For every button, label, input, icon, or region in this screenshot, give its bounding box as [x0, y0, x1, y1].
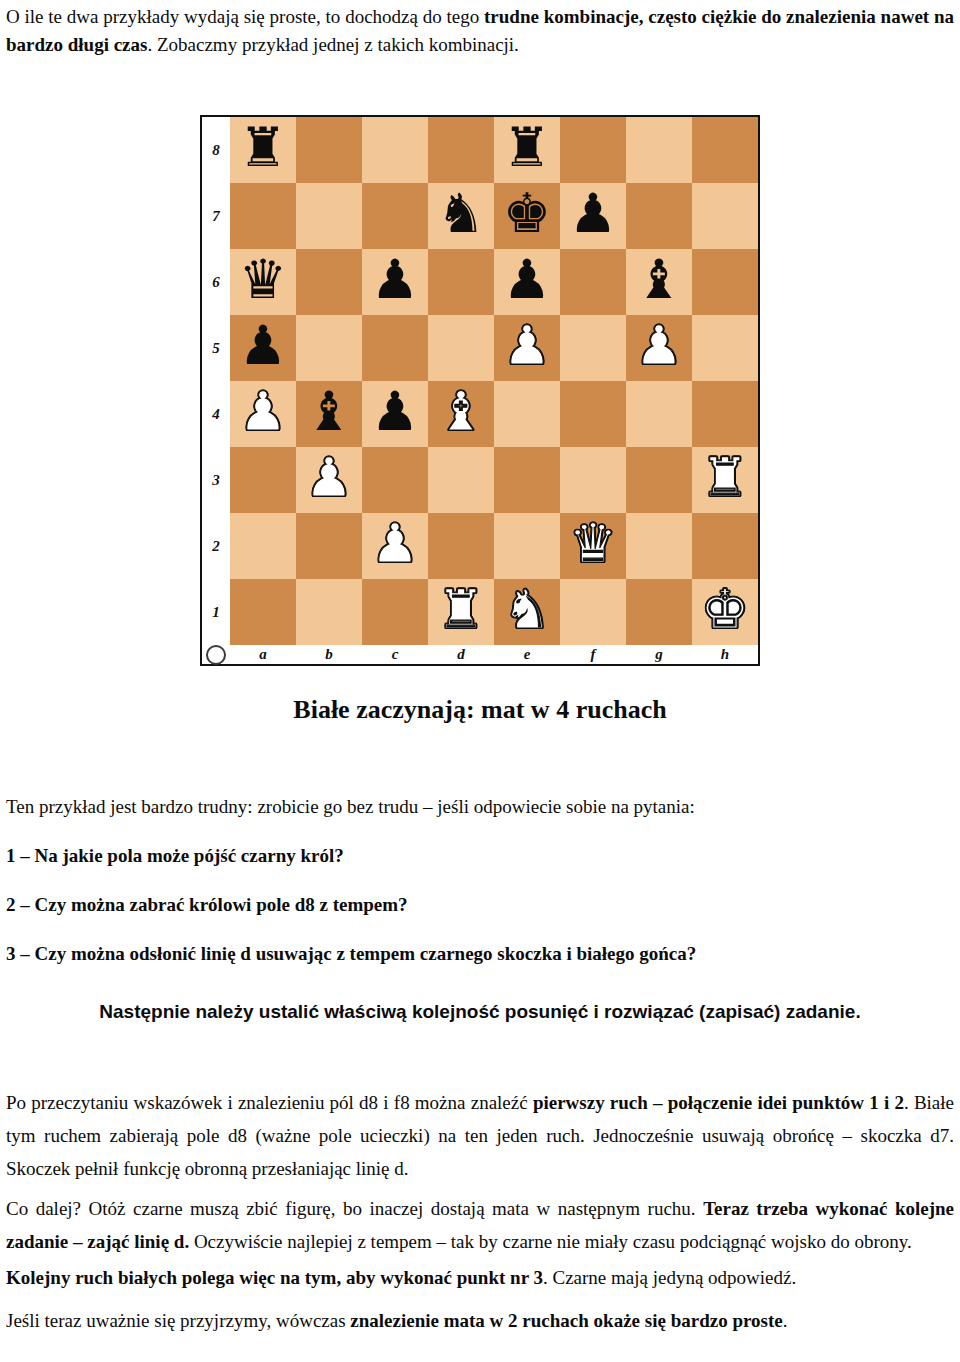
- square-c5: [362, 315, 428, 381]
- square-b7: [296, 183, 362, 249]
- file-label-h: h: [692, 645, 758, 664]
- black-pawn-icon: ♟: [239, 319, 287, 373]
- square-b6: [296, 249, 362, 315]
- square-c2: ♟: [362, 513, 428, 579]
- point3-text-bold: Kolejny ruch białych polega więc na tym,…: [6, 1267, 543, 1288]
- rank-label-7: 7: [202, 183, 230, 249]
- instruction-line: Następnie należy ustalić właściwą kolejn…: [0, 999, 960, 1025]
- square-h8: [692, 117, 758, 183]
- square-c3: [362, 447, 428, 513]
- file-label-c: c: [362, 645, 428, 664]
- hint-paragraph: Po przeczytaniu wskazówek i znalezieniu …: [0, 1086, 960, 1185]
- square-d4: ♝: [428, 381, 494, 447]
- black-pawn-icon: ♟: [371, 385, 419, 439]
- square-h3: ♜: [692, 447, 758, 513]
- square-e6: ♟: [494, 249, 560, 315]
- square-g6: ♝: [626, 249, 692, 315]
- white-pawn-icon: ♟: [239, 385, 287, 439]
- white-bishop-icon: ♝: [437, 385, 485, 439]
- white-pawn-icon: ♟: [305, 451, 353, 505]
- square-g1: [626, 579, 692, 645]
- square-a5: ♟: [230, 315, 296, 381]
- white-king-icon: ♚: [701, 583, 749, 637]
- square-b3: ♟: [296, 447, 362, 513]
- square-h5: [692, 315, 758, 381]
- black-pawn-icon: ♟: [503, 253, 551, 307]
- white-pawn-icon: ♟: [635, 319, 683, 373]
- black-bishop-icon: ♝: [635, 253, 683, 307]
- document-page: O ile te dwa przykłady wydają się proste…: [0, 0, 960, 1362]
- white-pawn-icon: ♟: [371, 517, 419, 571]
- square-e5: ♟: [494, 315, 560, 381]
- square-h7: [692, 183, 758, 249]
- diagram-caption: Białe zaczynają: mat w 4 ruchach: [0, 693, 960, 726]
- square-g8: [626, 117, 692, 183]
- white-to-move-indicator: [202, 645, 230, 664]
- intro-text-pre: O ile te dwa przykłady wydają się proste…: [6, 6, 484, 27]
- black-pawn-icon: ♟: [371, 253, 419, 307]
- intro-text-post: . Zobaczmy przykład jednej z takich komb…: [147, 34, 518, 55]
- square-d8: [428, 117, 494, 183]
- square-f4: [560, 381, 626, 447]
- question-1: 1 – Na jakie pola może pójść czarny król…: [0, 842, 960, 870]
- final-text-bold: znalezienie mata w 2 ruchach okaże się b…: [350, 1310, 782, 1331]
- final-text-pre: Jeśli teraz uważnie się przyjrzymy, wówc…: [6, 1310, 350, 1331]
- square-g7: [626, 183, 692, 249]
- lead-paragraph: Ten przykład jest bardzo trudny: zrobici…: [0, 793, 960, 821]
- file-label-e: e: [494, 645, 560, 664]
- question-2: 2 – Czy można zabrać królowi pole d8 z t…: [0, 891, 960, 919]
- square-e1: ♞: [494, 579, 560, 645]
- final-text-post: .: [783, 1310, 788, 1331]
- square-f1: [560, 579, 626, 645]
- black-bishop-icon: ♝: [305, 385, 353, 439]
- white-rook-icon: ♜: [437, 583, 485, 637]
- file-label-a: a: [230, 645, 296, 664]
- square-a4: ♟: [230, 381, 296, 447]
- square-a6: ♛: [230, 249, 296, 315]
- black-queen-icon: ♛: [239, 253, 287, 307]
- square-g5: ♟: [626, 315, 692, 381]
- white-rook-icon: ♜: [701, 451, 749, 505]
- file-label-d: d: [428, 645, 494, 664]
- point3-text-post: . Czarne mają jedyną odpowiedź.: [543, 1267, 796, 1288]
- square-f5: [560, 315, 626, 381]
- square-e4: [494, 381, 560, 447]
- square-b2: [296, 513, 362, 579]
- rank-label-6: 6: [202, 249, 230, 315]
- square-h6: [692, 249, 758, 315]
- square-b5: [296, 315, 362, 381]
- square-e8: ♜: [494, 117, 560, 183]
- rank-label-2: 2: [202, 513, 230, 579]
- next-text-post: Oczywiście najlepiej z tempem – tak by c…: [189, 1231, 912, 1252]
- square-d5: [428, 315, 494, 381]
- square-a3: [230, 447, 296, 513]
- square-d1: ♜: [428, 579, 494, 645]
- black-rook-icon: ♜: [503, 121, 551, 175]
- square-d7: ♞: [428, 183, 494, 249]
- square-a2: [230, 513, 296, 579]
- hint-text-bold: pierwszy ruch – połączenie idei punktów …: [533, 1092, 904, 1113]
- question-3: 3 – Czy można odsłonić linię d usuwając …: [0, 940, 960, 968]
- square-f8: [560, 117, 626, 183]
- square-d6: [428, 249, 494, 315]
- black-pawn-icon: ♟: [569, 187, 617, 241]
- hint-text-pre: Po przeczytaniu wskazówek i znalezieniu …: [6, 1092, 533, 1113]
- square-h1: ♚: [692, 579, 758, 645]
- square-c7: [362, 183, 428, 249]
- next-text-pre: Co dalej? Otóż czarne muszą zbić figurę,…: [6, 1198, 703, 1219]
- square-b4: ♝: [296, 381, 362, 447]
- square-a7: [230, 183, 296, 249]
- square-b1: [296, 579, 362, 645]
- rank-label-1: 1: [202, 579, 230, 645]
- rank-label-4: 4: [202, 381, 230, 447]
- square-h2: [692, 513, 758, 579]
- square-g2: [626, 513, 692, 579]
- square-d2: [428, 513, 494, 579]
- file-label-g: g: [626, 645, 692, 664]
- square-f7: ♟: [560, 183, 626, 249]
- square-b8: [296, 117, 362, 183]
- black-knight-icon: ♞: [437, 187, 485, 241]
- point3-paragraph: Kolejny ruch białych polega więc na tym,…: [0, 1264, 960, 1292]
- square-f3: [560, 447, 626, 513]
- square-f2: ♛: [560, 513, 626, 579]
- square-h4: [692, 381, 758, 447]
- square-e2: [494, 513, 560, 579]
- intro-paragraph: O ile te dwa przykłady wydają się proste…: [0, 0, 960, 59]
- square-c6: ♟: [362, 249, 428, 315]
- black-rook-icon: ♜: [239, 121, 287, 175]
- square-g4: [626, 381, 692, 447]
- rank-label-5: 5: [202, 315, 230, 381]
- square-c4: ♟: [362, 381, 428, 447]
- square-c1: [362, 579, 428, 645]
- square-g3: [626, 447, 692, 513]
- chess-board: 8♜♜7♞♚♟6♛♟♟♝5♟♟♟4♟♝♟♝3♟♜2♟♛1♜♞♚abcdefgh: [200, 115, 760, 666]
- square-d3: [428, 447, 494, 513]
- file-label-b: b: [296, 645, 362, 664]
- next-paragraph: Co dalej? Otóż czarne muszą zbić figurę,…: [0, 1192, 960, 1258]
- square-f6: [560, 249, 626, 315]
- rank-label-3: 3: [202, 447, 230, 513]
- final-paragraph: Jeśli teraz uważnie się przyjrzymy, wówc…: [0, 1307, 960, 1335]
- square-c8: [362, 117, 428, 183]
- black-king-icon: ♚: [503, 187, 551, 241]
- square-e7: ♚: [494, 183, 560, 249]
- rank-label-8: 8: [202, 117, 230, 183]
- square-a8: ♜: [230, 117, 296, 183]
- white-pawn-icon: ♟: [503, 319, 551, 373]
- file-label-f: f: [560, 645, 626, 664]
- chess-diagram: 8♜♜7♞♚♟6♛♟♟♝5♟♟♟4♟♝♟♝3♟♜2♟♛1♜♞♚abcdefgh: [200, 115, 760, 666]
- square-e3: [494, 447, 560, 513]
- square-a1: [230, 579, 296, 645]
- white-knight-icon: ♞: [503, 583, 551, 637]
- white-queen-icon: ♛: [569, 517, 617, 571]
- white-to-move-circle-icon: [206, 645, 226, 665]
